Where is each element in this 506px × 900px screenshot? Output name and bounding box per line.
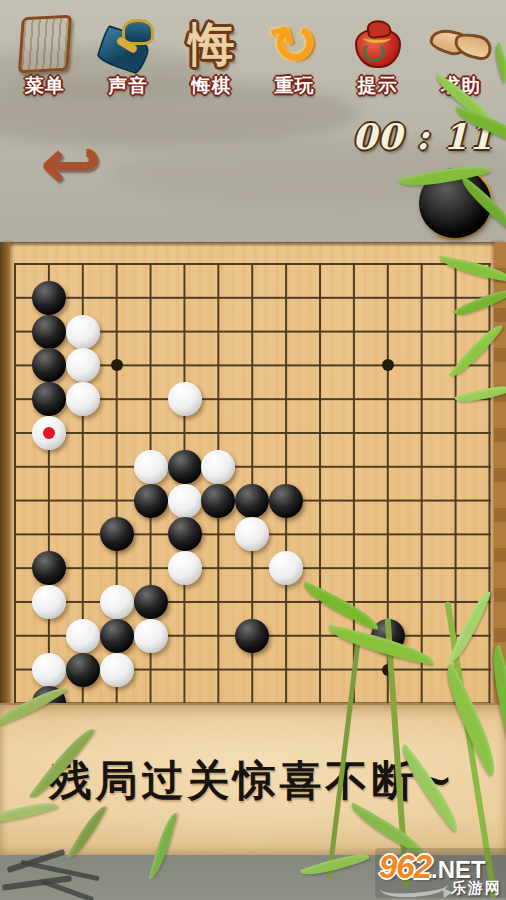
white-stone[interactable] [32,653,66,687]
white-stone[interactable] [32,416,66,450]
black-stone[interactable] [134,585,168,619]
replay-button[interactable]: ↻ 重玩 [256,4,334,96]
white-stone[interactable] [134,619,168,653]
black-stone[interactable] [100,517,134,551]
white-stone[interactable] [32,585,66,619]
black-stone[interactable] [32,281,66,315]
hint-button-label: 提示 [358,76,398,96]
sound-button[interactable]: 声音 [89,4,167,96]
handshake-icon [430,22,492,66]
white-stone[interactable] [66,348,100,382]
game-screen: 菜单 声音 悔 悔棋 ↻ 重玩 提示 [0,0,506,900]
sound-button-label: 声音 [108,76,148,96]
black-stone[interactable] [66,653,100,687]
black-stone[interactable] [235,619,269,653]
watermark-site-name: 乐游网 [451,879,502,898]
menu-button[interactable]: 菜单 [6,4,84,96]
white-stone[interactable] [201,450,235,484]
undo-move-button[interactable]: 悔 悔棋 [172,4,250,96]
white-stone[interactable] [66,315,100,349]
white-stone[interactable] [168,484,202,518]
white-stone[interactable] [134,450,168,484]
black-stone[interactable] [269,484,303,518]
ask-help-button[interactable]: 求助 [422,4,500,96]
hui-character-icon: 悔 [188,19,234,69]
back-undo-arrow-icon[interactable]: ↩ [40,129,102,197]
hint-button[interactable]: 提示 [339,4,417,96]
white-stone[interactable] [66,619,100,653]
scroll-icon [18,15,72,74]
menu-button-label: 菜单 [25,76,65,96]
star-point [111,359,123,371]
white-stone[interactable] [100,585,134,619]
white-stone[interactable] [168,382,202,416]
black-stone[interactable] [32,382,66,416]
black-stone[interactable] [134,484,168,518]
red-bag-icon [355,20,401,68]
toolbar: 菜单 声音 悔 悔棋 ↻ 重玩 提示 [0,2,506,98]
white-stone[interactable] [168,551,202,585]
replay-swirl-icon: ↻ [265,11,325,77]
undo-move-button-label: 悔棋 [191,76,231,96]
black-stone[interactable] [32,551,66,585]
black-stone[interactable] [168,517,202,551]
last-move-marker [43,427,55,439]
black-stone[interactable] [201,484,235,518]
board-top-seam [0,242,506,247]
watermark-962net: 962.NET 乐游网 [375,848,506,898]
horn-icon [100,19,156,69]
white-stone[interactable] [66,382,100,416]
black-stone[interactable] [100,619,134,653]
black-stone[interactable] [32,315,66,349]
black-stone[interactable] [168,450,202,484]
black-stone[interactable] [235,484,269,518]
white-stone[interactable] [100,653,134,687]
